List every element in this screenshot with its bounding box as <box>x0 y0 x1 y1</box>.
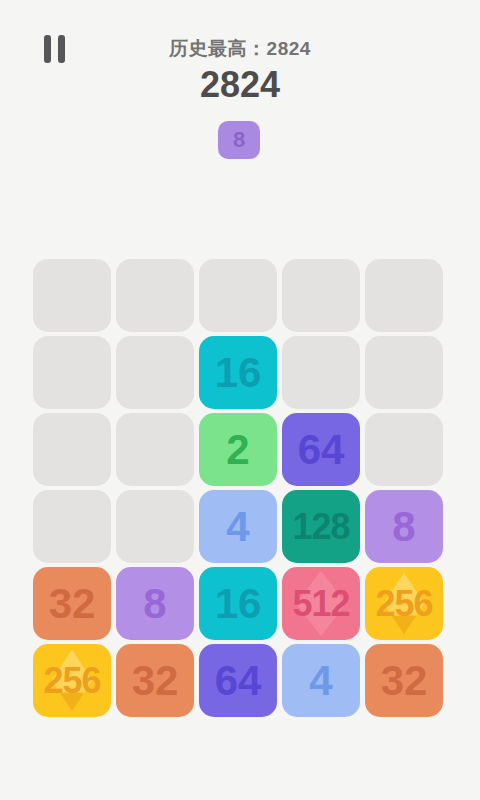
tile-value: 16 <box>215 583 262 625</box>
cell-empty-r3c2[interactable] <box>116 413 194 486</box>
best-score-label: 历史最高： <box>169 38 267 59</box>
cell-empty-r2c4[interactable] <box>282 336 360 409</box>
cell-empty-r1c5[interactable] <box>365 259 443 332</box>
tile-value: 256 <box>375 586 432 622</box>
tile-value: 32 <box>381 660 428 702</box>
tile-32-r6c5[interactable]: 32 <box>365 644 443 717</box>
tile-256-r6c1[interactable]: 256 <box>33 644 111 717</box>
cell-empty-r2c2[interactable] <box>116 336 194 409</box>
cell-empty-r4c1[interactable] <box>33 490 111 563</box>
best-score-value: 2824 <box>267 38 311 59</box>
next-tile: 8 <box>218 121 260 159</box>
tile-value: 8 <box>392 506 415 548</box>
tile-value: 32 <box>49 583 96 625</box>
tile-value: 512 <box>292 586 349 622</box>
cell-empty-r4c2[interactable] <box>116 490 194 563</box>
tile-256-r5c5[interactable]: 256 <box>365 567 443 640</box>
next-tile-value: 8 <box>233 127 245 153</box>
game-screen: 历史最高：2824 2824 8 16264412883281651225625… <box>0 0 480 800</box>
tile-value: 128 <box>292 509 349 545</box>
tile-value: 64 <box>298 429 345 471</box>
cell-empty-r1c1[interactable] <box>33 259 111 332</box>
best-score: 历史最高：2824 <box>0 36 480 62</box>
tile-8-r4c5[interactable]: 8 <box>365 490 443 563</box>
tile-value: 256 <box>43 663 100 699</box>
tile-2-r3c3[interactable]: 2 <box>199 413 277 486</box>
tile-4-r6c4[interactable]: 4 <box>282 644 360 717</box>
tile-value: 2 <box>226 429 249 471</box>
tile-32-r5c1[interactable]: 32 <box>33 567 111 640</box>
board[interactable]: 1626441288328165122562563264432 <box>33 259 443 717</box>
tile-128-r4c4[interactable]: 128 <box>282 490 360 563</box>
tile-4-r4c3[interactable]: 4 <box>199 490 277 563</box>
cell-empty-r1c3[interactable] <box>199 259 277 332</box>
tile-value: 64 <box>215 660 262 702</box>
tile-value: 4 <box>309 660 332 702</box>
tile-64-r6c3[interactable]: 64 <box>199 644 277 717</box>
tile-value: 4 <box>226 506 249 548</box>
tile-512-r5c4[interactable]: 512 <box>282 567 360 640</box>
cell-empty-r2c1[interactable] <box>33 336 111 409</box>
cell-empty-r2c5[interactable] <box>365 336 443 409</box>
tile-value: 8 <box>143 583 166 625</box>
tile-64-r3c4[interactable]: 64 <box>282 413 360 486</box>
cell-empty-r3c1[interactable] <box>33 413 111 486</box>
tile-value: 16 <box>215 352 262 394</box>
cell-empty-r1c4[interactable] <box>282 259 360 332</box>
cell-empty-r3c5[interactable] <box>365 413 443 486</box>
tile-8-r5c2[interactable]: 8 <box>116 567 194 640</box>
tile-32-r6c2[interactable]: 32 <box>116 644 194 717</box>
tile-16-r2c3[interactable]: 16 <box>199 336 277 409</box>
tile-16-r5c3[interactable]: 16 <box>199 567 277 640</box>
cell-empty-r1c2[interactable] <box>116 259 194 332</box>
current-score: 2824 <box>0 64 480 106</box>
tile-value: 32 <box>132 660 179 702</box>
